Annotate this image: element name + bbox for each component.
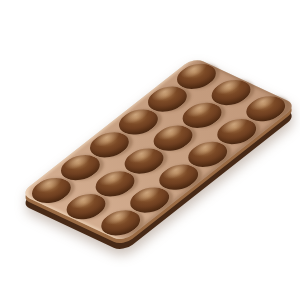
- white-background: [0, 0, 300, 303]
- chocolate-mold: [0, 0, 300, 303]
